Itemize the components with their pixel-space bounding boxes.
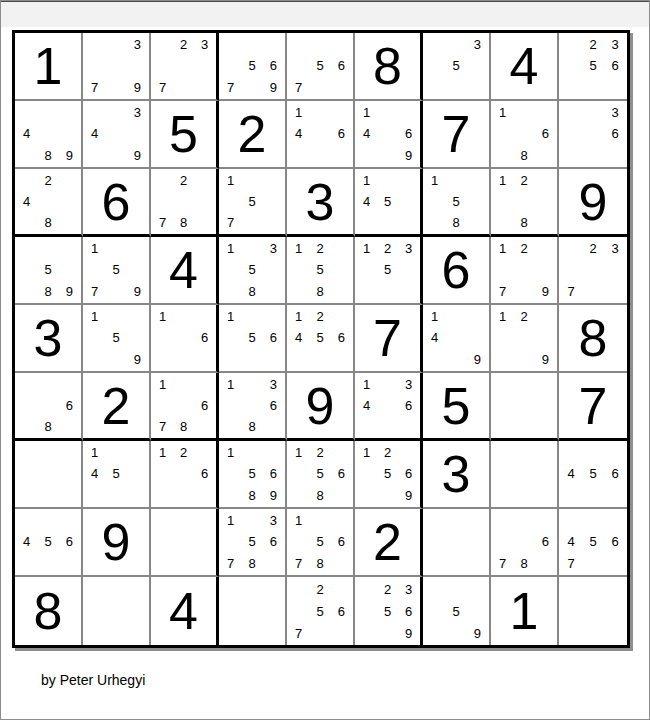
candidate-mark (152, 531, 173, 552)
candidate-mark (331, 485, 352, 506)
cell-r3c7[interactable]: 158 (423, 169, 491, 237)
candidate-grid: 35 (424, 34, 488, 98)
candidate-mark: 7 (288, 77, 309, 98)
candidate-mark (173, 327, 194, 348)
candidate-mark (377, 170, 398, 191)
cell-r6c1[interactable]: 68 (15, 373, 83, 441)
cell-r6c6[interactable]: 1346 (355, 373, 423, 441)
cell-r2c2[interactable]: 349 (83, 101, 151, 169)
cell-r6c9[interactable]: 7 (559, 373, 627, 441)
cell-r9c3[interactable]: 4 (151, 577, 219, 645)
candidate-mark (241, 622, 262, 644)
candidate-mark (84, 34, 105, 55)
candidate-mark: 9 (127, 145, 148, 166)
candidate-mark (535, 191, 556, 212)
candidate-grid: 68 (16, 374, 80, 437)
cell-r8c4[interactable]: 135678 (219, 509, 287, 577)
candidate-mark: 3 (263, 238, 284, 259)
candidate-mark: 8 (37, 281, 58, 302)
cell-r2c9[interactable]: 36 (559, 101, 627, 169)
candidate-mark (194, 553, 215, 574)
candidate-mark (604, 442, 626, 463)
candidate-mark: 5 (582, 463, 604, 484)
cell-r6c2[interactable]: 2 (83, 373, 151, 441)
candidate-grid: 59 (424, 578, 488, 644)
cell-r5c2[interactable]: 159 (83, 305, 151, 373)
candidate-mark: 1 (356, 442, 377, 463)
candidate-grid: 2356 (560, 34, 626, 98)
cell-r2c6[interactable]: 1469 (355, 101, 423, 169)
candidate-mark: 6 (398, 395, 419, 416)
candidate-mark (513, 531, 534, 552)
candidate-mark (263, 281, 284, 302)
candidate-mark (84, 55, 105, 76)
candidate-mark (37, 238, 58, 259)
candidate-mark (173, 55, 194, 76)
candidate-mark (513, 191, 534, 212)
candidate-mark: 5 (445, 55, 466, 76)
candidate-mark (59, 191, 80, 212)
candidate-mark: 8 (513, 145, 534, 166)
cell-r5c7[interactable]: 149 (423, 305, 491, 373)
candidate-mark: 6 (535, 531, 556, 552)
cell-r3c6[interactable]: 145 (355, 169, 423, 237)
candidate-mark (535, 306, 556, 327)
candidate-mark: 6 (331, 123, 352, 144)
candidate-mark (356, 281, 377, 302)
candidate-mark: 5 (241, 259, 262, 280)
cell-r1c7[interactable]: 35 (423, 33, 491, 101)
candidate-mark (173, 510, 194, 531)
cell-r4c6[interactable]: 1235 (355, 237, 423, 305)
cell-r7c3[interactable]: 126 (151, 441, 219, 509)
candidate-mark (467, 55, 488, 76)
candidate-mark (377, 374, 398, 395)
candidate-mark (356, 212, 377, 233)
candidate-mark: 9 (127, 77, 148, 98)
candidate-mark: 5 (37, 259, 58, 280)
candidate-mark (220, 34, 241, 55)
cell-r7c7[interactable]: 3 (423, 441, 491, 509)
candidate-mark: 6 (604, 531, 626, 552)
candidate-mark (59, 416, 80, 437)
candidate-mark (194, 212, 215, 233)
candidate-mark (560, 510, 582, 531)
candidate-grid: 146 (288, 102, 352, 166)
cell-r3c4[interactable]: 157 (219, 169, 287, 237)
candidate-mark: 1 (152, 374, 173, 395)
candidate-mark: 7 (560, 281, 582, 302)
cell-r1c5[interactable]: 567 (287, 33, 355, 101)
candidate-mark: 4 (84, 463, 105, 484)
cell-r8c2[interactable]: 9 (83, 509, 151, 577)
candidate-mark (105, 281, 126, 302)
candidate-mark (309, 510, 330, 531)
candidate-grid: 589 (16, 238, 80, 302)
cell-r4c7[interactable]: 6 (423, 237, 491, 305)
cell-r4c2[interactable]: 1579 (83, 237, 151, 305)
candidate-mark: 6 (331, 463, 352, 484)
candidate-mark: 8 (241, 485, 262, 506)
candidate-mark (560, 55, 582, 76)
candidate-mark (331, 238, 352, 259)
given-digit: 2 (102, 380, 131, 432)
candidate-grid: 36 (560, 102, 626, 166)
candidate-grid (220, 578, 284, 644)
given-digit: 4 (510, 40, 539, 92)
candidate-mark: 9 (398, 622, 419, 644)
candidate-mark (16, 463, 37, 484)
cell-r7c9[interactable]: 456 (559, 441, 627, 509)
candidate-mark (152, 327, 173, 348)
cell-r9c4[interactable] (219, 577, 287, 645)
candidate-grid: 23569 (356, 578, 419, 644)
candidate-mark (241, 238, 262, 259)
cell-r8c8[interactable]: 678 (491, 509, 559, 577)
candidate-mark (241, 212, 262, 233)
cell-r2c4[interactable]: 2 (219, 101, 287, 169)
candidate-mark: 1 (220, 238, 241, 259)
candidate-mark: 1 (220, 510, 241, 531)
candidate-grid: 1678 (152, 374, 215, 437)
candidate-mark (560, 34, 582, 55)
candidate-mark (356, 578, 377, 600)
candidate-mark (105, 102, 126, 123)
candidate-mark (513, 281, 534, 302)
candidate-mark: 3 (127, 102, 148, 123)
candidate-mark (127, 327, 148, 348)
given-digit: 2 (373, 516, 402, 568)
candidate-mark (105, 578, 126, 600)
cell-r8c1[interactable]: 456 (15, 509, 83, 577)
candidate-mark: 4 (84, 123, 105, 144)
cell-r3c2[interactable]: 6 (83, 169, 151, 237)
candidate-mark (604, 510, 626, 531)
candidate-mark (582, 553, 604, 574)
candidate-mark (220, 485, 241, 506)
candidate-mark: 2 (513, 238, 534, 259)
candidate-mark (331, 145, 352, 166)
candidate-mark (152, 395, 173, 416)
candidate-mark (59, 123, 80, 144)
candidate-mark (288, 485, 309, 506)
candidate-mark: 2 (309, 578, 330, 600)
candidate-mark (173, 374, 194, 395)
cell-r8c5[interactable]: 15678 (287, 509, 355, 577)
cell-r8c3[interactable] (151, 509, 219, 577)
candidate-grid: 15689 (220, 442, 284, 506)
candidate-mark (398, 259, 419, 280)
candidate-mark: 2 (173, 170, 194, 191)
cell-r5c9[interactable]: 8 (559, 305, 627, 373)
candidate-grid: 237 (152, 34, 215, 98)
candidate-grid: 158 (424, 170, 488, 233)
cell-r9c5[interactable]: 2567 (287, 577, 355, 645)
candidate-mark (220, 622, 241, 644)
cell-r2c1[interactable]: 489 (15, 101, 83, 169)
candidate-mark (194, 416, 215, 437)
cell-r4c5[interactable]: 1258 (287, 237, 355, 305)
candidate-mark (513, 463, 534, 484)
candidate-mark: 1 (84, 442, 105, 463)
candidate-mark (535, 170, 556, 191)
sudoku-board: 1379237567956783542356489349521461469716… (12, 30, 630, 648)
candidate-mark (288, 349, 309, 370)
candidate-mark (220, 281, 241, 302)
cell-r9c7[interactable]: 59 (423, 577, 491, 645)
candidate-mark: 6 (398, 600, 419, 622)
given-digit: 9 (102, 516, 131, 568)
cell-r3c9[interactable]: 9 (559, 169, 627, 237)
candidate-grid: 1358 (220, 238, 284, 302)
cell-r6c8[interactable] (491, 373, 559, 441)
candidate-grid: 248 (16, 170, 80, 233)
candidate-mark (105, 77, 126, 98)
candidate-mark (16, 238, 37, 259)
cell-r2c3[interactable]: 5 (151, 101, 219, 169)
candidate-grid: 349 (84, 102, 148, 166)
candidate-mark (445, 531, 466, 552)
cell-r8c6[interactable]: 2 (355, 509, 423, 577)
candidate-mark (127, 600, 148, 622)
cell-r1c1[interactable]: 1 (15, 33, 83, 101)
candidate-mark (467, 306, 488, 327)
cell-r1c4[interactable]: 5679 (219, 33, 287, 101)
cell-r7c4[interactable]: 15689 (219, 441, 287, 509)
cell-r2c8[interactable]: 168 (491, 101, 559, 169)
cell-r4c1[interactable]: 589 (15, 237, 83, 305)
candidate-mark (263, 349, 284, 370)
cell-r6c5[interactable]: 9 (287, 373, 355, 441)
candidate-mark: 1 (288, 306, 309, 327)
candidate-mark (105, 34, 126, 55)
cell-r2c5[interactable]: 146 (287, 101, 355, 169)
cell-r5c3[interactable]: 16 (151, 305, 219, 373)
candidate-mark (467, 600, 488, 622)
candidate-mark (59, 170, 80, 191)
candidate-mark (84, 102, 105, 123)
candidate-mark (152, 191, 173, 212)
candidate-mark (16, 510, 37, 531)
candidate-mark (309, 349, 330, 370)
candidate-grid: 159 (84, 306, 148, 370)
candidate-mark (331, 622, 352, 644)
candidate-grid (152, 510, 215, 574)
given-digit: 7 (579, 380, 608, 432)
candidate-mark: 6 (263, 531, 284, 552)
given-digit: 4 (169, 244, 198, 296)
cell-r5c1[interactable]: 3 (15, 305, 83, 373)
candidate-mark (398, 102, 419, 123)
cell-r6c3[interactable]: 1678 (151, 373, 219, 441)
candidate-mark (105, 145, 126, 166)
cell-r4c3[interactable]: 4 (151, 237, 219, 305)
candidate-mark: 1 (424, 306, 445, 327)
candidate-mark: 8 (513, 212, 534, 233)
candidate-mark (173, 553, 194, 574)
page: 1379237567956783542356489349521461469716… (0, 0, 650, 720)
candidate-mark (467, 327, 488, 348)
candidate-mark (467, 212, 488, 233)
candidate-mark (582, 145, 604, 166)
candidate-mark: 7 (84, 281, 105, 302)
candidate-mark: 3 (263, 510, 284, 531)
cell-r1c8[interactable]: 4 (491, 33, 559, 101)
candidate-mark: 8 (37, 145, 58, 166)
candidate-mark (84, 622, 105, 644)
candidate-mark: 5 (309, 600, 330, 622)
candidate-mark (59, 485, 80, 506)
candidate-grid (84, 578, 148, 644)
candidate-mark (445, 170, 466, 191)
cell-r4c9[interactable]: 237 (559, 237, 627, 305)
candidate-mark (263, 191, 284, 212)
candidate-mark (84, 145, 105, 166)
candidate-mark: 8 (37, 416, 58, 437)
cell-r7c8[interactable] (491, 441, 559, 509)
candidate-mark (377, 622, 398, 644)
cell-r8c7[interactable] (423, 509, 491, 577)
candidate-mark (604, 77, 626, 98)
candidate-grid: 156 (220, 306, 284, 370)
candidate-grid (492, 442, 556, 506)
candidate-grid: 4567 (560, 510, 626, 574)
candidate-mark: 1 (424, 170, 445, 191)
candidate-mark (194, 306, 215, 327)
cell-r6c7[interactable]: 5 (423, 373, 491, 441)
candidate-mark: 6 (604, 463, 626, 484)
candidate-mark (152, 349, 173, 370)
candidate-mark (513, 416, 534, 437)
candidate-mark (356, 600, 377, 622)
cell-r2c7[interactable]: 7 (423, 101, 491, 169)
cell-r1c3[interactable]: 237 (151, 33, 219, 101)
candidate-mark: 3 (604, 34, 626, 55)
candidate-mark (288, 55, 309, 76)
candidate-mark: 2 (513, 170, 534, 191)
cell-r5c8[interactable]: 129 (491, 305, 559, 373)
candidate-mark (604, 553, 626, 574)
cell-r4c4[interactable]: 1358 (219, 237, 287, 305)
candidate-mark (127, 578, 148, 600)
cell-r8c9[interactable]: 4567 (559, 509, 627, 577)
candidate-mark (445, 34, 466, 55)
cell-r5c6[interactable]: 7 (355, 305, 423, 373)
cell-r7c1[interactable] (15, 441, 83, 509)
candidate-mark: 8 (173, 212, 194, 233)
cell-r5c5[interactable]: 12456 (287, 305, 355, 373)
candidate-mark (59, 259, 80, 280)
candidate-mark (84, 578, 105, 600)
cell-r9c2[interactable] (83, 577, 151, 645)
given-digit: 1 (34, 40, 63, 92)
cell-r7c2[interactable]: 145 (83, 441, 151, 509)
candidate-mark: 9 (127, 349, 148, 370)
candidate-mark (127, 485, 148, 506)
candidate-mark (16, 145, 37, 166)
candidate-mark: 9 (59, 145, 80, 166)
candidate-mark: 8 (445, 212, 466, 233)
given-digit: 1 (510, 585, 539, 637)
candidate-mark (241, 600, 262, 622)
candidate-mark (445, 306, 466, 327)
candidate-mark: 2 (173, 34, 194, 55)
candidate-mark (288, 578, 309, 600)
candidate-mark (513, 259, 534, 280)
candidate-mark: 6 (331, 327, 352, 348)
cell-r9c1[interactable]: 8 (15, 577, 83, 645)
candidate-mark: 2 (309, 306, 330, 327)
cell-r5c4[interactable]: 156 (219, 305, 287, 373)
candidate-mark (309, 123, 330, 144)
candidate-mark: 8 (241, 281, 262, 302)
candidate-mark: 1 (84, 306, 105, 327)
candidate-mark (16, 395, 37, 416)
cell-r9c8[interactable]: 1 (491, 577, 559, 645)
cell-r3c3[interactable]: 278 (151, 169, 219, 237)
candidate-mark (492, 531, 513, 552)
candidate-mark: 7 (560, 553, 582, 574)
candidate-mark (152, 463, 173, 484)
candidate-mark: 7 (288, 622, 309, 644)
candidate-mark: 4 (424, 327, 445, 348)
candidate-grid: 128 (492, 170, 556, 233)
cell-r6c4[interactable]: 1368 (219, 373, 287, 441)
cell-r1c9[interactable]: 2356 (559, 33, 627, 101)
candidate-mark: 1 (492, 102, 513, 123)
cell-r7c6[interactable]: 12569 (355, 441, 423, 509)
candidate-mark (604, 485, 626, 506)
cell-r9c9[interactable] (559, 577, 627, 645)
candidate-mark (467, 191, 488, 212)
candidate-mark (105, 238, 126, 259)
candidate-mark (424, 553, 445, 574)
cell-r1c6[interactable]: 8 (355, 33, 423, 101)
cell-r1c2[interactable]: 379 (83, 33, 151, 101)
candidate-mark: 5 (241, 191, 262, 212)
candidate-mark: 7 (152, 77, 173, 98)
candidate-mark (241, 77, 262, 98)
candidate-mark (105, 622, 126, 644)
candidate-mark (535, 145, 556, 166)
candidate-mark (513, 485, 534, 506)
given-digit: 9 (306, 380, 335, 432)
cell-r3c5[interactable]: 3 (287, 169, 355, 237)
candidate-mark (492, 191, 513, 212)
candidate-mark: 2 (513, 306, 534, 327)
candidate-mark: 6 (59, 531, 80, 552)
candidate-mark: 2 (582, 34, 604, 55)
candidate-mark: 7 (288, 553, 309, 574)
cell-r3c1[interactable]: 248 (15, 169, 83, 237)
candidate-mark (194, 191, 215, 212)
candidate-mark (535, 510, 556, 531)
cell-r4c8[interactable]: 1279 (491, 237, 559, 305)
candidate-mark (84, 259, 105, 280)
candidate-mark (59, 238, 80, 259)
candidate-mark (127, 463, 148, 484)
candidate-mark: 4 (560, 463, 582, 484)
candidate-mark (582, 510, 604, 531)
cell-r3c8[interactable]: 128 (491, 169, 559, 237)
cell-r7c5[interactable]: 12568 (287, 441, 355, 509)
candidate-mark (513, 442, 534, 463)
cell-r9c6[interactable]: 23569 (355, 577, 423, 645)
candidate-mark (59, 463, 80, 484)
candidate-mark (105, 349, 126, 370)
candidate-mark (309, 145, 330, 166)
candidate-mark (16, 374, 37, 395)
